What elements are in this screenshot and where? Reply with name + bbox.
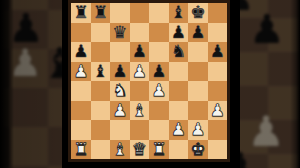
video-frame[interactable]: ♟♟♝ ♜♜♝♚♛♟♟♟♟♞♟♟♝♟♟♟♞♟♟♝♟♟♟♜♝♛♜♚ ♟♟♟♟ [0,0,300,168]
piece-white-rook: ♜ [151,140,166,157]
piece-black-pawn: ♟ [112,62,127,79]
square-g4 [188,81,208,101]
piece-white-pawn: ♟ [210,101,225,118]
square-c6 [110,42,130,62]
square-g1: ♚ [188,140,208,160]
square-d3: ♝ [130,101,150,121]
square-e2 [149,120,169,140]
square-d8 [130,3,150,23]
square-f3 [169,101,189,121]
square-h5 [208,62,228,82]
square-d7 [130,23,150,43]
blurred-black-bishop-icon: ♝ [41,43,62,85]
square-b8: ♜ [91,3,111,23]
square-g2: ♟ [188,120,208,140]
piece-black-pawn: ♟ [151,62,166,79]
square-g5 [188,62,208,82]
piece-white-bishop: ♝ [132,101,147,118]
piece-white-pawn: ♟ [190,121,205,138]
square-f1 [169,140,189,160]
piece-white-pawn: ♟ [132,62,147,79]
background-blur-right: ♟♟♟♟ [240,0,300,168]
square-a5: ♟ [71,62,91,82]
piece-black-bishop: ♝ [93,62,108,79]
square-f7: ♟ [169,23,189,43]
square-b2 [91,120,111,140]
piece-white-pawn: ♟ [151,82,166,99]
blurred-black-pawn-icon: ♟ [249,9,285,49]
square-b4 [91,81,111,101]
piece-black-rook: ♜ [93,4,108,21]
square-g6 [188,42,208,62]
piece-black-queen: ♛ [112,23,127,40]
square-e5: ♟ [149,62,169,82]
blurred-white-pawn-icon: ♟ [8,44,42,82]
piece-black-king: ♚ [190,4,205,21]
square-f5 [169,62,189,82]
square-a6: ♟ [71,42,91,62]
piece-black-rook: ♜ [73,4,88,21]
chess-board-frame: ♜♜♝♚♛♟♟♟♟♞♟♟♝♟♟♟♞♟♟♝♟♟♟♜♝♛♜♚ [68,0,230,162]
square-a4 [71,81,91,101]
square-d4 [130,81,150,101]
square-c3: ♟ [110,101,130,121]
square-f8: ♝ [169,3,189,23]
square-e3 [149,101,169,121]
square-e1: ♜ [149,140,169,160]
piece-black-bishop: ♝ [171,4,186,21]
piece-black-pawn: ♟ [132,43,147,60]
piece-white-queen: ♛ [132,140,147,157]
piece-white-bishop: ♝ [112,140,127,157]
square-b6 [91,42,111,62]
square-h1 [208,140,228,160]
square-a1: ♜ [71,140,91,160]
square-g8: ♚ [188,3,208,23]
square-e4: ♟ [149,81,169,101]
square-h4 [208,81,228,101]
square-b3 [91,101,111,121]
square-g3 [188,101,208,121]
square-c2 [110,120,130,140]
square-d2 [130,120,150,140]
piece-white-knight: ♞ [112,82,127,99]
square-h7 [208,23,228,43]
square-h2 [208,120,228,140]
piece-white-king: ♚ [190,140,205,157]
square-e8 [149,3,169,23]
piece-white-pawn: ♟ [73,62,88,79]
square-c5: ♟ [110,62,130,82]
piece-black-pawn: ♟ [210,43,225,60]
square-a2 [71,120,91,140]
piece-white-pawn: ♟ [171,121,186,138]
background-blur-left: ♟♟♝ [0,0,62,168]
square-g7: ♟ [188,23,208,43]
square-c7: ♛ [110,23,130,43]
piece-white-pawn: ♟ [112,101,127,118]
square-f4 [169,81,189,101]
square-h3: ♟ [208,101,228,121]
square-d6: ♟ [130,42,150,62]
square-h8 [208,3,228,23]
square-a7 [71,23,91,43]
square-e7 [149,23,169,43]
square-a8: ♜ [71,3,91,23]
square-d1: ♛ [130,140,150,160]
piece-black-pawn: ♟ [190,23,205,40]
square-f6: ♞ [169,42,189,62]
square-c1: ♝ [110,140,130,160]
blurred-black-pawn-icon: ♟ [240,147,258,168]
piece-black-pawn: ♟ [73,43,88,60]
square-e6 [149,42,169,62]
square-d5: ♟ [130,62,150,82]
square-f2: ♟ [169,120,189,140]
square-b7 [91,23,111,43]
square-b5: ♝ [91,62,111,82]
chess-board: ♜♜♝♚♛♟♟♟♟♞♟♟♝♟♟♟♞♟♟♝♟♟♟♜♝♛♜♚ [71,3,227,159]
square-c8 [110,3,130,23]
square-b1 [91,140,111,160]
piece-black-pawn: ♟ [171,23,186,40]
square-h6: ♟ [208,42,228,62]
piece-black-knight: ♞ [171,43,186,60]
piece-white-rook: ♜ [73,140,88,157]
square-a3 [71,101,91,121]
square-c4: ♞ [110,81,130,101]
